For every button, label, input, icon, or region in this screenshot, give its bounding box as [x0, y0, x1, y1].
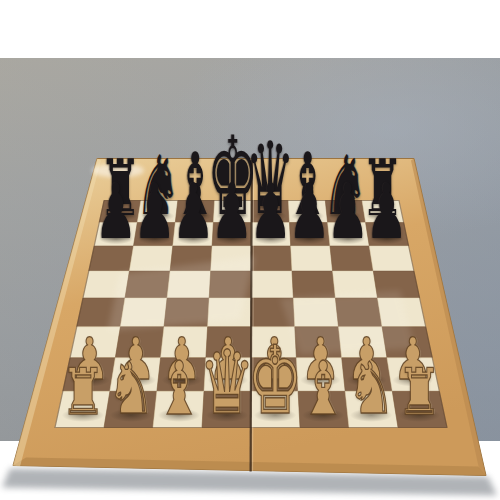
piece-shadow-f7	[292, 234, 326, 245]
piece-shadow-b8	[141, 211, 174, 221]
piece-shadow-d1	[206, 409, 248, 422]
floor-background: ♜♞♝♚♛♝♞♜♟♟♟♟♟♟♟♟♟♟♟♟♟♟♟♟♜♞♝♛♚♝♞♜	[0, 58, 500, 441]
piece-shadow-f1	[302, 409, 344, 422]
square-a6	[89, 246, 134, 271]
frame-glare	[92, 164, 144, 178]
piece-shadow-a8	[104, 211, 137, 221]
square-b3	[115, 327, 164, 358]
board-sheen-right	[280, 291, 415, 355]
piece-shadow-c8	[179, 211, 212, 221]
piece-shadow-g7	[331, 234, 365, 245]
piece-shadow-f8	[291, 211, 324, 221]
square-b6	[129, 246, 172, 271]
piece-shadow-b7	[138, 234, 172, 245]
piece-shadow-e8	[254, 211, 287, 221]
square-g6	[330, 246, 373, 271]
square-f6	[291, 246, 333, 271]
square-h6	[369, 246, 414, 271]
square-e5	[251, 271, 293, 298]
piece-shadow-g8	[329, 211, 362, 221]
piece-shadow-e2	[254, 374, 295, 387]
piece-shadow-d7	[215, 234, 249, 245]
piece-shadow-a2	[69, 374, 110, 387]
piece-shadow-h7	[370, 234, 404, 245]
photo-frame: ♜♞♝♚♛♝♞♜♟♟♟♟♟♟♟♟♟♟♟♟♟♟♟♟♜♞♝♛♚♝♞♜	[0, 0, 500, 500]
square-f5	[292, 271, 335, 298]
square-a3	[70, 327, 120, 358]
square-c3	[161, 327, 208, 358]
piece-shadow-c7	[176, 234, 210, 245]
piece-shadow-h1	[398, 409, 440, 422]
piece-shadow-e1	[254, 409, 296, 422]
piece-shadow-b2	[115, 374, 156, 387]
hinge-seam	[251, 160, 252, 472]
piece-shadow-h2	[392, 374, 433, 387]
piece-shadow-f2	[300, 374, 341, 387]
piece-shadow-g2	[346, 374, 387, 387]
piece-shadow-h8	[366, 211, 399, 221]
piece-shadow-e7	[254, 234, 288, 245]
chess-board	[0, 58, 500, 500]
square-d3	[206, 327, 251, 358]
piece-shadow-g1	[350, 409, 392, 422]
piece-shadow-c2	[162, 374, 203, 387]
square-e3	[251, 327, 296, 358]
square-e6	[251, 246, 292, 271]
piece-shadow-d8	[216, 211, 249, 221]
piece-shadow-c1	[158, 409, 200, 422]
piece-shadow-a1	[62, 409, 104, 422]
piece-shadow-a7	[99, 234, 133, 245]
piece-shadow-d2	[208, 374, 249, 387]
piece-shadow-b1	[110, 409, 152, 422]
